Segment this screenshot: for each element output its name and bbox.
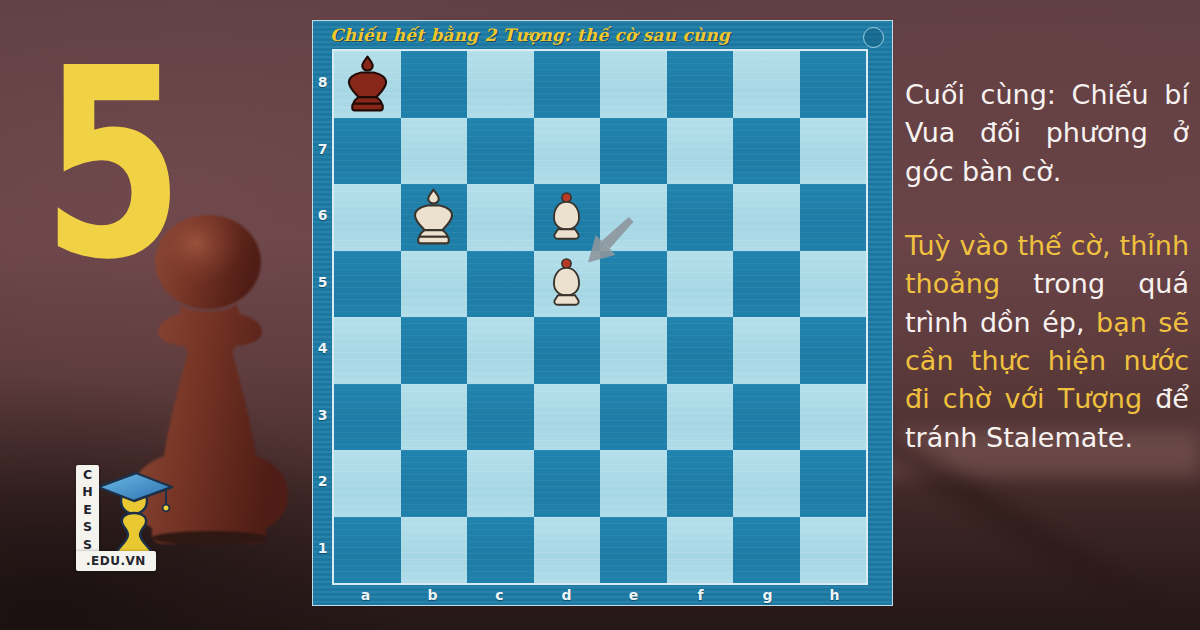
square-g7[interactable]	[733, 118, 800, 185]
square-h2[interactable]	[800, 450, 867, 517]
square-e1[interactable]	[600, 517, 667, 584]
square-b8[interactable]	[401, 51, 468, 118]
square-e6[interactable]	[600, 184, 667, 251]
square-h5[interactable]	[800, 251, 867, 318]
rank-label-8: 8	[313, 49, 332, 116]
square-g1[interactable]	[733, 517, 800, 584]
square-g2[interactable]	[733, 450, 800, 517]
square-c5[interactable]	[467, 251, 534, 318]
chess-edu-vn-logo: CHESS .EDU.VN	[70, 463, 180, 575]
file-label-b: b	[399, 585, 466, 605]
square-b5[interactable]	[401, 251, 468, 318]
square-g6[interactable]	[733, 184, 800, 251]
square-a5[interactable]	[334, 251, 401, 318]
square-d2[interactable]	[534, 450, 601, 517]
file-label-c: c	[466, 585, 533, 605]
rank-label-4: 4	[313, 315, 332, 382]
square-f1[interactable]	[667, 517, 734, 584]
rank-labels: 87654321	[313, 49, 332, 581]
square-f2[interactable]	[667, 450, 734, 517]
square-c7[interactable]	[467, 118, 534, 185]
white-bishop	[538, 189, 595, 246]
white-king	[402, 186, 465, 249]
square-c8[interactable]	[467, 51, 534, 118]
square-g4[interactable]	[733, 317, 800, 384]
board-menu-circle-button[interactable]	[863, 27, 884, 48]
square-e5[interactable]	[600, 251, 667, 318]
rank-label-1: 1	[313, 515, 332, 582]
file-label-a: a	[332, 585, 399, 605]
board-title: Chiếu hết bằng 2 Tượng: thế cờ sau cùng	[330, 25, 730, 45]
rank-label-3: 3	[313, 382, 332, 449]
square-d8[interactable]	[534, 51, 601, 118]
square-f3[interactable]	[667, 384, 734, 451]
lesson-text-column: Cuối cùng: Chiếu bí Vua đối phương ở góc…	[905, 76, 1189, 493]
square-h7[interactable]	[800, 118, 867, 185]
square-c1[interactable]	[467, 517, 534, 584]
square-f8[interactable]	[667, 51, 734, 118]
square-d7[interactable]	[534, 118, 601, 185]
square-a8[interactable]	[334, 51, 401, 118]
paragraph-final-mate: Cuối cùng: Chiếu bí Vua đối phương ở góc…	[905, 76, 1189, 191]
square-d6[interactable]	[534, 184, 601, 251]
poster-canvas: 5 Chiếu hết bằng 2 Tượng: thế cờ sau cùn…	[0, 0, 1200, 630]
square-a7[interactable]	[334, 118, 401, 185]
square-e8[interactable]	[600, 51, 667, 118]
square-f6[interactable]	[667, 184, 734, 251]
file-label-g: g	[734, 585, 801, 605]
square-b3[interactable]	[401, 384, 468, 451]
file-label-e: e	[600, 585, 667, 605]
file-labels: abcdefgh	[332, 585, 868, 605]
board-frame	[332, 49, 868, 585]
square-c3[interactable]	[467, 384, 534, 451]
square-d4[interactable]	[534, 317, 601, 384]
black-king	[336, 53, 399, 116]
square-e2[interactable]	[600, 450, 667, 517]
rank-label-6: 6	[313, 182, 332, 249]
board-squares	[334, 51, 866, 583]
square-h8[interactable]	[800, 51, 867, 118]
square-c4[interactable]	[467, 317, 534, 384]
file-label-f: f	[667, 585, 734, 605]
square-c6[interactable]	[467, 184, 534, 251]
logo-letter: H	[82, 486, 92, 499]
file-label-h: h	[801, 585, 868, 605]
square-d1[interactable]	[534, 517, 601, 584]
rank-label-7: 7	[313, 116, 332, 183]
square-f7[interactable]	[667, 118, 734, 185]
logo-letter: E	[83, 504, 92, 517]
chess-board-panel: Chiếu hết bằng 2 Tượng: thế cờ sau cùng …	[312, 20, 893, 606]
square-b7[interactable]	[401, 118, 468, 185]
logo-letter: C	[83, 469, 92, 482]
logo-vertical-text: CHESS	[76, 465, 99, 555]
square-b1[interactable]	[401, 517, 468, 584]
paragraph-waiting-move: Tuỳ vào thế cờ, thỉnh thoảng trong quá t…	[905, 227, 1189, 457]
square-h4[interactable]	[800, 317, 867, 384]
square-b6[interactable]	[401, 184, 468, 251]
logo-domain-text: .EDU.VN	[76, 551, 156, 571]
square-e4[interactable]	[600, 317, 667, 384]
square-a3[interactable]	[334, 384, 401, 451]
logo-letter: S	[83, 539, 92, 552]
square-h1[interactable]	[800, 517, 867, 584]
square-b4[interactable]	[401, 317, 468, 384]
rank-label-5: 5	[313, 249, 332, 316]
square-g5[interactable]	[733, 251, 800, 318]
square-g3[interactable]	[733, 384, 800, 451]
square-d5[interactable]	[534, 251, 601, 318]
square-a1[interactable]	[334, 517, 401, 584]
square-c2[interactable]	[467, 450, 534, 517]
square-d3[interactable]	[534, 384, 601, 451]
square-h3[interactable]	[800, 384, 867, 451]
square-b2[interactable]	[401, 450, 468, 517]
square-a6[interactable]	[334, 184, 401, 251]
square-g8[interactable]	[733, 51, 800, 118]
rank-label-2: 2	[313, 448, 332, 515]
logo-letter: S	[83, 521, 92, 534]
lesson-number: 5	[42, 34, 184, 296]
white-bishop	[538, 255, 595, 312]
square-f4[interactable]	[667, 317, 734, 384]
square-f5[interactable]	[667, 251, 734, 318]
square-a2[interactable]	[334, 450, 401, 517]
square-e7[interactable]	[600, 118, 667, 185]
square-a4[interactable]	[334, 317, 401, 384]
square-e3[interactable]	[600, 384, 667, 451]
file-label-d: d	[533, 585, 600, 605]
square-h6[interactable]	[800, 184, 867, 251]
